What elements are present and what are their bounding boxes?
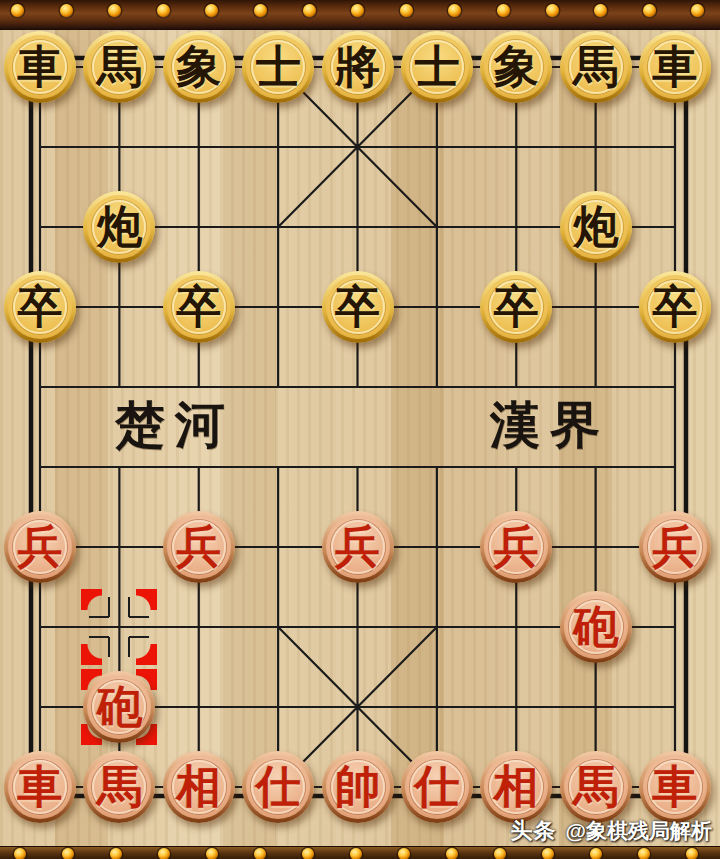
gold-stud-icon <box>400 4 413 17</box>
piece-character: 卒 <box>335 285 380 330</box>
red-cannon[interactable]: 砲 <box>560 591 632 663</box>
piece-character: 砲 <box>97 685 142 730</box>
piece-character: 兵 <box>653 525 698 570</box>
piece-character: 卒 <box>494 285 539 330</box>
gold-stud-icon <box>254 4 267 17</box>
red-advisor[interactable]: 仕 <box>401 751 473 823</box>
piece-character: 馬 <box>573 45 618 90</box>
black-horse[interactable]: 馬 <box>83 31 155 103</box>
black-soldier[interactable]: 卒 <box>163 271 235 343</box>
gold-stud-icon <box>302 848 314 859</box>
black-chariot[interactable]: 車 <box>4 31 76 103</box>
red-soldier[interactable]: 兵 <box>322 511 394 583</box>
piece-character: 車 <box>653 765 698 810</box>
bottom-stud-border <box>0 846 720 859</box>
black-soldier[interactable]: 卒 <box>480 271 552 343</box>
watermark: 头条@象棋残局解析 <box>511 816 712 846</box>
piece-character: 砲 <box>573 605 618 650</box>
piece-character: 卒 <box>653 285 698 330</box>
gold-stud-icon <box>110 848 122 859</box>
gold-stud-icon <box>350 848 362 859</box>
piece-character: 相 <box>176 765 221 810</box>
piece-character: 帥 <box>335 765 380 810</box>
red-cannon[interactable]: 砲 <box>83 671 155 743</box>
piece-character: 象 <box>176 45 221 90</box>
piece-character: 馬 <box>97 765 142 810</box>
piece-character: 兵 <box>335 525 380 570</box>
piece-character: 將 <box>335 45 380 90</box>
top-stud-border <box>0 0 720 30</box>
red-soldier[interactable]: 兵 <box>163 511 235 583</box>
black-elephant[interactable]: 象 <box>163 31 235 103</box>
gold-stud-icon <box>542 848 554 859</box>
gold-stud-icon <box>303 4 316 17</box>
gold-stud-icon <box>546 4 559 17</box>
piece-character: 兵 <box>176 525 221 570</box>
piece-character: 士 <box>414 45 459 90</box>
piece-character: 兵 <box>494 525 539 570</box>
red-chariot[interactable]: 車 <box>4 751 76 823</box>
gold-stud-icon <box>11 4 24 17</box>
red-horse[interactable]: 馬 <box>83 751 155 823</box>
gold-stud-icon <box>590 848 602 859</box>
gold-stud-icon <box>497 4 510 17</box>
red-advisor[interactable]: 仕 <box>242 751 314 823</box>
pieces-layer: 車馬象士將士象馬車炮炮卒卒卒卒卒兵兵兵兵兵砲砲車馬相仕帥仕相馬車 <box>0 0 720 859</box>
piece-character: 卒 <box>18 285 63 330</box>
piece-character: 兵 <box>18 525 63 570</box>
red-soldier[interactable]: 兵 <box>4 511 76 583</box>
black-cannon[interactable]: 炮 <box>560 191 632 263</box>
black-soldier[interactable]: 卒 <box>639 271 711 343</box>
watermark-handle: @象棋残局解析 <box>566 819 712 842</box>
black-advisor[interactable]: 士 <box>242 31 314 103</box>
black-general[interactable]: 將 <box>322 31 394 103</box>
piece-character: 仕 <box>414 765 459 810</box>
piece-character: 炮 <box>97 205 142 250</box>
red-horse[interactable]: 馬 <box>560 751 632 823</box>
gold-stud-icon <box>206 848 218 859</box>
piece-character: 車 <box>18 765 63 810</box>
piece-character: 相 <box>494 765 539 810</box>
xiangqi-board: 楚河 漢界 車馬象士將士象馬車炮炮卒卒卒卒卒兵兵兵兵兵砲砲車馬相仕帥仕相馬車 <box>0 0 720 859</box>
gold-stud-icon <box>448 4 461 17</box>
gold-stud-icon <box>254 848 266 859</box>
black-advisor[interactable]: 士 <box>401 31 473 103</box>
black-soldier[interactable]: 卒 <box>322 271 394 343</box>
black-chariot[interactable]: 車 <box>639 31 711 103</box>
gold-stud-icon <box>158 848 170 859</box>
toutiao-logo-text: 头条 <box>511 818 557 843</box>
black-cannon[interactable]: 炮 <box>83 191 155 263</box>
gold-stud-icon <box>14 848 26 859</box>
red-elephant[interactable]: 相 <box>480 751 552 823</box>
piece-character: 仕 <box>256 765 301 810</box>
red-chariot[interactable]: 車 <box>639 751 711 823</box>
piece-character: 象 <box>494 45 539 90</box>
red-elephant[interactable]: 相 <box>163 751 235 823</box>
gold-stud-icon <box>60 4 73 17</box>
piece-character: 馬 <box>97 45 142 90</box>
black-horse[interactable]: 馬 <box>560 31 632 103</box>
gold-stud-icon <box>494 848 506 859</box>
black-elephant[interactable]: 象 <box>480 31 552 103</box>
gold-stud-icon <box>594 4 607 17</box>
gold-stud-icon <box>62 848 74 859</box>
gold-stud-icon <box>638 848 650 859</box>
piece-character: 卒 <box>176 285 221 330</box>
piece-character: 車 <box>653 45 698 90</box>
gold-stud-icon <box>398 848 410 859</box>
gold-stud-icon <box>643 4 656 17</box>
gold-stud-icon <box>351 4 364 17</box>
gold-stud-icon <box>108 4 121 17</box>
red-general[interactable]: 帥 <box>322 751 394 823</box>
gold-stud-icon <box>205 4 218 17</box>
piece-character: 炮 <box>573 205 618 250</box>
piece-character: 車 <box>18 45 63 90</box>
red-soldier[interactable]: 兵 <box>480 511 552 583</box>
gold-stud-icon <box>691 4 704 17</box>
piece-character: 士 <box>256 45 301 90</box>
black-soldier[interactable]: 卒 <box>4 271 76 343</box>
xiangqi-board-screen: 楚河 漢界 車馬象士將士象馬車炮炮卒卒卒卒卒兵兵兵兵兵砲砲車馬相仕帥仕相馬車 头… <box>0 0 720 859</box>
gold-stud-icon <box>686 848 698 859</box>
red-soldier[interactable]: 兵 <box>639 511 711 583</box>
gold-stud-icon <box>446 848 458 859</box>
gold-stud-icon <box>157 4 170 17</box>
piece-character: 馬 <box>573 765 618 810</box>
